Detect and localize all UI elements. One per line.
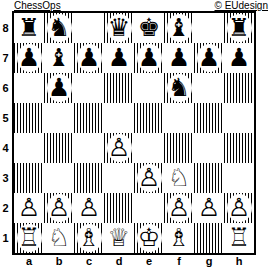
square-f4[interactable] [164, 133, 194, 163]
square-d1[interactable]: ♕ [104, 223, 134, 253]
square-g1[interactable] [194, 223, 224, 253]
piece-bn-b8: ♞ [47, 14, 72, 42]
piece-wr-a1: ♖ [17, 224, 42, 252]
square-e5[interactable] [134, 103, 164, 133]
rank-label-7: 7 [0, 43, 11, 73]
rank-label-8: 8 [0, 13, 11, 43]
square-g4[interactable] [194, 133, 224, 163]
square-h1[interactable]: ♖ [224, 223, 254, 253]
square-h3[interactable] [224, 163, 254, 193]
square-a4[interactable] [14, 133, 44, 163]
square-c6[interactable] [74, 73, 104, 103]
piece-wp-d4: ♙ [107, 134, 132, 162]
file-label-b: b [44, 255, 74, 268]
square-c3[interactable] [74, 163, 104, 193]
square-e1[interactable]: ♔ [134, 223, 164, 253]
square-f8[interactable]: ♝ [164, 13, 194, 43]
square-h6[interactable] [224, 73, 254, 103]
square-e7[interactable]: ♟ [134, 43, 164, 73]
file-label-e: e [134, 255, 164, 268]
square-h5[interactable] [224, 103, 254, 133]
rank-label-3: 3 [0, 163, 11, 193]
piece-bp-e7: ♟ [137, 44, 162, 72]
square-a3[interactable] [14, 163, 44, 193]
square-b1[interactable]: ♘ [44, 223, 74, 253]
square-g3[interactable] [194, 163, 224, 193]
square-c7[interactable]: ♟ [74, 43, 104, 73]
piece-bp-g7: ♟ [197, 44, 222, 72]
piece-wn-f3: ♘ [167, 164, 192, 192]
piece-wp-f2: ♙ [167, 194, 192, 222]
square-b3[interactable] [44, 163, 74, 193]
piece-wp-b2: ♙ [47, 194, 72, 222]
square-e3[interactable]: ♙ [134, 163, 164, 193]
square-f1[interactable]: ♗ [164, 223, 194, 253]
square-e6[interactable] [134, 73, 164, 103]
square-c1[interactable]: ♗ [74, 223, 104, 253]
square-a1[interactable]: ♖ [14, 223, 44, 253]
square-f7[interactable]: ♟ [164, 43, 194, 73]
square-e4[interactable] [134, 133, 164, 163]
square-c8[interactable] [74, 13, 104, 43]
piece-br-a8: ♜ [17, 14, 42, 42]
square-g7[interactable]: ♟ [194, 43, 224, 73]
square-f5[interactable] [164, 103, 194, 133]
square-g6[interactable] [194, 73, 224, 103]
square-c4[interactable] [74, 133, 104, 163]
file-label-h: h [224, 255, 254, 268]
piece-bp-d7: ♟ [107, 44, 132, 72]
piece-br-h8: ♜ [227, 14, 252, 42]
chessops-page: { "game": "chess", "position": "rn1qkb1r… [0, 0, 270, 270]
piece-wp-g2: ♙ [197, 194, 222, 222]
piece-wp-h2: ♙ [227, 194, 252, 222]
piece-bp-c7: ♟ [77, 44, 102, 72]
rank-label-6: 6 [0, 73, 11, 103]
square-f2[interactable]: ♙ [164, 193, 194, 223]
piece-wr-h1: ♖ [227, 224, 252, 252]
piece-wp-e3: ♙ [137, 164, 162, 192]
square-d5[interactable] [104, 103, 134, 133]
square-a6[interactable] [14, 73, 44, 103]
square-h4[interactable] [224, 133, 254, 163]
piece-bn-f6: ♞ [167, 74, 192, 102]
square-a5[interactable] [14, 103, 44, 133]
file-label-d: d [104, 255, 134, 268]
square-d2[interactable] [104, 193, 134, 223]
piece-bb-f8: ♝ [167, 14, 192, 42]
piece-bp-f7: ♟ [167, 44, 192, 72]
square-b4[interactable] [44, 133, 74, 163]
piece-wb-c1: ♗ [77, 224, 102, 252]
square-b8[interactable]: ♞ [44, 13, 74, 43]
chess-board[interactable]: ♜♞♛♚♝♜♟♝♟♟♟♟♟♟♟♞♙♙♘♙♙♙♙♙♙♖♘♗♕♔♗♖ [12, 11, 256, 255]
piece-wp-c2: ♙ [77, 194, 102, 222]
square-d4[interactable]: ♙ [104, 133, 134, 163]
piece-wb-f1: ♗ [167, 224, 192, 252]
square-h2[interactable]: ♙ [224, 193, 254, 223]
piece-wk-e1: ♔ [137, 224, 162, 252]
file-label-c: c [74, 255, 104, 268]
square-h7[interactable]: ♟ [224, 43, 254, 73]
piece-bk-e8: ♚ [137, 14, 162, 42]
square-h8[interactable]: ♜ [224, 13, 254, 43]
square-b6[interactable]: ♟ [44, 73, 74, 103]
eudesign-credit-link[interactable]: © EUdesign [214, 0, 268, 11]
piece-wp-a2: ♙ [17, 194, 42, 222]
rank-label-1: 1 [0, 223, 11, 253]
piece-bp-h7: ♟ [227, 44, 252, 72]
square-g8[interactable] [194, 13, 224, 43]
piece-bp-a7: ♟ [17, 44, 42, 72]
square-d7[interactable]: ♟ [104, 43, 134, 73]
square-b7[interactable]: ♝ [44, 43, 74, 73]
square-d3[interactable] [104, 163, 134, 193]
piece-bq-d8: ♛ [107, 14, 132, 42]
square-d6[interactable] [104, 73, 134, 103]
square-a7[interactable]: ♟ [14, 43, 44, 73]
square-g2[interactable]: ♙ [194, 193, 224, 223]
file-label-a: a [14, 255, 44, 268]
file-label-g: g [194, 255, 224, 268]
piece-bp-b6: ♟ [47, 74, 72, 102]
piece-wq-d1: ♕ [107, 224, 132, 252]
square-c2[interactable]: ♙ [74, 193, 104, 223]
square-a2[interactable]: ♙ [14, 193, 44, 223]
square-f6[interactable]: ♞ [164, 73, 194, 103]
square-e2[interactable] [134, 193, 164, 223]
file-label-f: f [164, 255, 194, 268]
piece-wn-b1: ♘ [47, 224, 72, 252]
rank-label-4: 4 [0, 133, 11, 163]
square-g5[interactable] [194, 103, 224, 133]
rank-label-5: 5 [0, 103, 11, 133]
square-d8[interactable]: ♛ [104, 13, 134, 43]
piece-bb-b7: ♝ [47, 44, 72, 72]
square-c5[interactable] [74, 103, 104, 133]
square-f3[interactable]: ♘ [164, 163, 194, 193]
square-e8[interactable]: ♚ [134, 13, 164, 43]
square-b5[interactable] [44, 103, 74, 133]
square-b2[interactable]: ♙ [44, 193, 74, 223]
chessops-title-link[interactable]: ChessOps [14, 0, 61, 11]
square-a8[interactable]: ♜ [14, 13, 44, 43]
rank-label-2: 2 [0, 193, 11, 223]
